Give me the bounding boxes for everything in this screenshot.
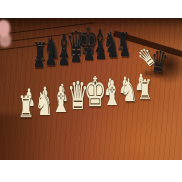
piece-white-knight-b1[interactable]: ♞ — [34, 86, 53, 120]
chess-set-photo: abcdefgh 87654321 87654321 ♜♞♝♛♚♝♞♜♟♟♟♟♟… — [0, 0, 182, 182]
piece-white-rook-h1[interactable]: ♜ — [138, 77, 153, 104]
piece-white-rook-a1[interactable]: ♜ — [18, 93, 34, 122]
piece-white-knight-g1[interactable]: ♞ — [120, 76, 137, 107]
piece-black-pawn-h7[interactable]: ♟ — [119, 38, 131, 59]
piece-black-pawn-g7[interactable]: ♟ — [107, 39, 119, 60]
piece-black-pawn-f7[interactable]: ♟ — [95, 41, 107, 63]
piece-black-pawn-d7[interactable]: ♟ — [70, 44, 82, 66]
piece-black-pawn-b7[interactable]: ♟ — [45, 46, 57, 68]
pieces-layer: ♜♞♝♛♚♝♞♜♟♟♟♟♟♟♟♟♟♟♟♟♟♟♟♟♜♞♝♛♚♝♞♜♛♛ — [0, 18, 182, 160]
piece-black-pawn-e7[interactable]: ♟ — [83, 42, 95, 64]
piece-black-pawn-c7[interactable]: ♟ — [58, 45, 70, 67]
piece-black-pawn-a7[interactable]: ♟ — [33, 48, 46, 71]
piece-white-bishop-c1[interactable]: ♝ — [51, 82, 71, 118]
wood-table-scene: abcdefgh 87654321 87654321 ♜♞♝♛♚♝♞♜♟♟♟♟♟… — [0, 18, 182, 160]
